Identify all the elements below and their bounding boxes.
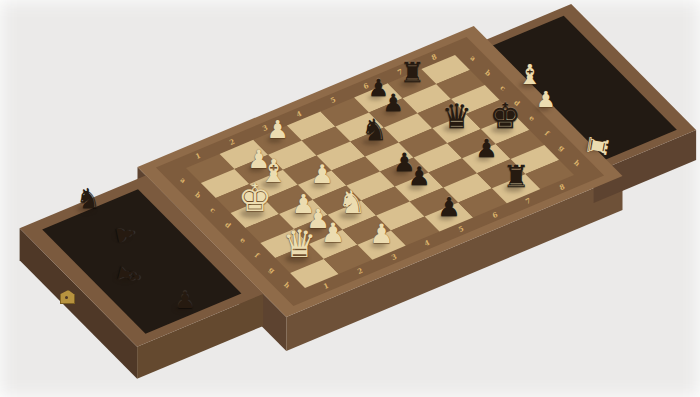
black-knight-c5[interactable]: ♞ (361, 116, 387, 146)
white-pawn-a3[interactable]: ♟ (266, 119, 288, 144)
tray-right-white-pawn-standing[interactable]: ♟ (536, 89, 556, 111)
white-knight-f3[interactable]: ♞ (338, 188, 366, 219)
tray-right-white-rook-lying[interactable]: ♜ (582, 132, 612, 160)
black-queen-d7[interactable]: ♛ (441, 99, 471, 133)
black-king-e8[interactable]: ♚ (489, 99, 520, 134)
black-pawn-h5[interactable]: ♟ (437, 194, 461, 220)
white-queen-g1[interactable]: ♛ (282, 225, 316, 263)
white-pawn-h3[interactable]: ♟ (370, 222, 394, 249)
white-king-d1[interactable]: ♚ (238, 180, 272, 218)
black-rook-h7[interactable]: ♜ (502, 162, 530, 193)
black-pawn-f7[interactable]: ♟ (475, 137, 497, 162)
white-pawn-d3[interactable]: ♟ (311, 163, 334, 189)
white-pawn-g2[interactable]: ♟ (321, 221, 345, 248)
black-pawn-f5[interactable]: ♟ (408, 164, 431, 190)
black-rook-a7[interactable]: ♜ (399, 59, 424, 87)
tray-right-white-bishop-standing[interactable]: ♝ (518, 61, 542, 88)
tray-left-black-pawn-standing[interactable]: ♟ (175, 288, 196, 311)
tray-left-black-knight-standing[interactable]: ♞ (76, 185, 101, 213)
product-photo-chess-set: aabbccddeeffgghh1122334455667788 ♜♝♟♟♟♛♚… (0, 0, 700, 397)
